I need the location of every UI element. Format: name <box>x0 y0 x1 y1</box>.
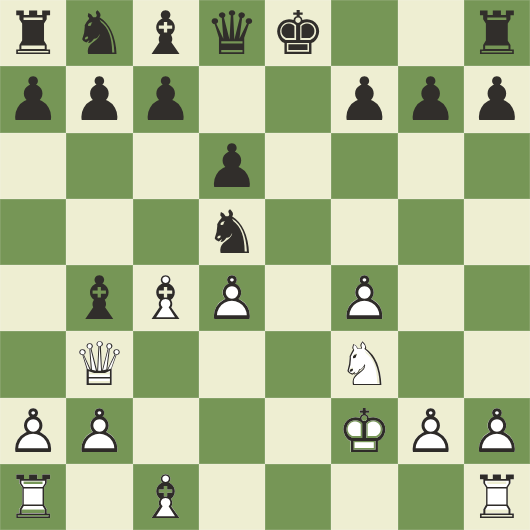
square-a4[interactable] <box>0 265 66 331</box>
square-h6[interactable] <box>464 133 530 199</box>
piece-glyph: ♞ <box>66 0 132 66</box>
piece-glyph: ♟ <box>331 66 397 132</box>
square-e4[interactable] <box>265 265 331 331</box>
square-f4[interactable]: ♟♙ <box>331 265 397 331</box>
piece-outline-glyph: ♙ <box>331 265 397 331</box>
square-e5[interactable] <box>265 199 331 265</box>
square-e7[interactable] <box>265 66 331 132</box>
piece-glyph: ♟ <box>0 66 66 132</box>
square-c7[interactable]: ♟ <box>133 66 199 132</box>
piece-black-pawn[interactable]: ♟ <box>464 66 530 132</box>
square-h3[interactable] <box>464 331 530 397</box>
square-b1[interactable] <box>66 464 132 530</box>
square-a3[interactable] <box>0 331 66 397</box>
piece-outline-glyph: ♙ <box>464 398 530 464</box>
square-b7[interactable]: ♟ <box>66 66 132 132</box>
square-b8[interactable]: ♞ <box>66 0 132 66</box>
square-h8[interactable]: ♜ <box>464 0 530 66</box>
square-c6[interactable] <box>133 133 199 199</box>
square-g6[interactable] <box>398 133 464 199</box>
square-c1[interactable]: ♝♗ <box>133 464 199 530</box>
square-d4[interactable]: ♟♙ <box>199 265 265 331</box>
square-f1[interactable] <box>331 464 397 530</box>
square-e1[interactable] <box>265 464 331 530</box>
square-e6[interactable] <box>265 133 331 199</box>
square-f6[interactable] <box>331 133 397 199</box>
square-c4[interactable]: ♝♗ <box>133 265 199 331</box>
piece-outline-glyph: ♗ <box>133 265 199 331</box>
piece-glyph: ♟ <box>133 66 199 132</box>
piece-glyph: ♞ <box>199 199 265 265</box>
square-h1[interactable]: ♜♖ <box>464 464 530 530</box>
piece-glyph: ♟ <box>199 133 265 199</box>
square-d2[interactable] <box>199 398 265 464</box>
square-a5[interactable] <box>0 199 66 265</box>
square-g8[interactable] <box>398 0 464 66</box>
piece-black-pawn[interactable]: ♟ <box>66 66 132 132</box>
piece-white-rook[interactable]: ♜♖ <box>0 464 66 530</box>
piece-outline-glyph: ♖ <box>464 464 530 530</box>
piece-white-pawn[interactable]: ♟♙ <box>398 398 464 464</box>
piece-black-knight[interactable]: ♞ <box>199 199 265 265</box>
piece-black-rook[interactable]: ♜ <box>0 0 66 66</box>
square-e2[interactable] <box>265 398 331 464</box>
piece-black-pawn[interactable]: ♟ <box>0 66 66 132</box>
piece-black-pawn[interactable]: ♟ <box>398 66 464 132</box>
square-g7[interactable]: ♟ <box>398 66 464 132</box>
square-c2[interactable] <box>133 398 199 464</box>
square-d6[interactable]: ♟ <box>199 133 265 199</box>
piece-glyph: ♜ <box>464 0 530 66</box>
square-f5[interactable] <box>331 199 397 265</box>
piece-outline-glyph: ♔ <box>331 398 397 464</box>
piece-black-pawn[interactable]: ♟ <box>199 133 265 199</box>
piece-white-pawn[interactable]: ♟♙ <box>331 265 397 331</box>
piece-glyph: ♟ <box>398 66 464 132</box>
square-g3[interactable] <box>398 331 464 397</box>
piece-outline-glyph: ♙ <box>66 398 132 464</box>
piece-glyph: ♝ <box>133 0 199 66</box>
piece-black-king[interactable]: ♚ <box>265 0 331 66</box>
piece-black-queen[interactable]: ♛ <box>199 0 265 66</box>
square-c8[interactable]: ♝ <box>133 0 199 66</box>
square-b6[interactable] <box>66 133 132 199</box>
piece-white-bishop[interactable]: ♝♗ <box>133 464 199 530</box>
piece-outline-glyph: ♗ <box>133 464 199 530</box>
square-a7[interactable]: ♟ <box>0 66 66 132</box>
piece-glyph: ♚ <box>265 0 331 66</box>
square-d3[interactable] <box>199 331 265 397</box>
square-f3[interactable]: ♞♘ <box>331 331 397 397</box>
square-f8[interactable] <box>331 0 397 66</box>
piece-outline-glyph: ♖ <box>0 464 66 530</box>
square-h5[interactable] <box>464 199 530 265</box>
square-h7[interactable]: ♟ <box>464 66 530 132</box>
piece-glyph: ♝ <box>66 265 132 331</box>
square-h4[interactable] <box>464 265 530 331</box>
square-b4[interactable]: ♝ <box>66 265 132 331</box>
piece-glyph: ♛ <box>199 0 265 66</box>
piece-white-knight[interactable]: ♞♘ <box>331 331 397 397</box>
square-d1[interactable] <box>199 464 265 530</box>
piece-glyph: ♟ <box>464 66 530 132</box>
piece-black-bishop[interactable]: ♝ <box>133 0 199 66</box>
chess-board: ♜♞♝♛♚♜♟♟♟♟♟♟♟♞♝♝♗♟♙♟♙♛♕♞♘♟♙♟♙♚♔♟♙♟♙♜♖♝♗♜… <box>0 0 530 530</box>
square-a8[interactable]: ♜ <box>0 0 66 66</box>
square-b3[interactable]: ♛♕ <box>66 331 132 397</box>
piece-outline-glyph: ♙ <box>398 398 464 464</box>
piece-black-pawn[interactable]: ♟ <box>331 66 397 132</box>
square-f2[interactable]: ♚♔ <box>331 398 397 464</box>
square-g2[interactable]: ♟♙ <box>398 398 464 464</box>
square-a6[interactable] <box>0 133 66 199</box>
piece-glyph: ♟ <box>66 66 132 132</box>
piece-white-pawn[interactable]: ♟♙ <box>464 398 530 464</box>
piece-outline-glyph: ♕ <box>66 331 132 397</box>
square-a2[interactable]: ♟♙ <box>0 398 66 464</box>
square-b5[interactable] <box>66 199 132 265</box>
piece-white-king[interactable]: ♚♔ <box>331 398 397 464</box>
piece-white-pawn[interactable]: ♟♙ <box>0 398 66 464</box>
piece-black-knight[interactable]: ♞ <box>66 0 132 66</box>
piece-white-bishop[interactable]: ♝♗ <box>133 265 199 331</box>
square-d7[interactable] <box>199 66 265 132</box>
piece-white-pawn[interactable]: ♟♙ <box>66 398 132 464</box>
piece-outline-glyph: ♘ <box>331 331 397 397</box>
piece-outline-glyph: ♙ <box>0 398 66 464</box>
square-d8[interactable]: ♛ <box>199 0 265 66</box>
piece-black-rook[interactable]: ♜ <box>464 0 530 66</box>
square-d5[interactable]: ♞ <box>199 199 265 265</box>
square-c5[interactable] <box>133 199 199 265</box>
square-g4[interactable] <box>398 265 464 331</box>
square-f7[interactable]: ♟ <box>331 66 397 132</box>
square-e3[interactable] <box>265 331 331 397</box>
piece-black-pawn[interactable]: ♟ <box>133 66 199 132</box>
square-b2[interactable]: ♟♙ <box>66 398 132 464</box>
square-g1[interactable] <box>398 464 464 530</box>
square-e8[interactable]: ♚ <box>265 0 331 66</box>
square-a1[interactable]: ♜♖ <box>0 464 66 530</box>
square-h2[interactable]: ♟♙ <box>464 398 530 464</box>
piece-white-rook[interactable]: ♜♖ <box>464 464 530 530</box>
square-c3[interactable] <box>133 331 199 397</box>
piece-black-bishop[interactable]: ♝ <box>66 265 132 331</box>
piece-outline-glyph: ♙ <box>199 265 265 331</box>
piece-glyph: ♜ <box>0 0 66 66</box>
piece-white-pawn[interactable]: ♟♙ <box>199 265 265 331</box>
square-g5[interactable] <box>398 199 464 265</box>
piece-white-queen[interactable]: ♛♕ <box>66 331 132 397</box>
